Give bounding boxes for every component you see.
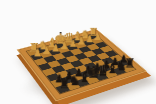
- board-grid: ♜♞♝♚♛♝♞♜♟♟♟♟♟♟♟♟♟♟♟♟♟♟♟♟♜♞♝♚♛♝♞♜: [27, 34, 135, 94]
- scene: ♜♞♝♚♛♝♞♜♟♟♟♟♟♟♟♟♟♟♟♟♟♟♟♟♜♞♝♚♛♝♞♜: [0, 0, 156, 104]
- chess-set-photo: ♜♞♝♚♛♝♞♜♟♟♟♟♟♟♟♟♟♟♟♟♟♟♟♟♜♞♝♚♛♝♞♜: [0, 0, 156, 104]
- square: [110, 55, 124, 62]
- chess-board: ♜♞♝♚♛♝♞♜♟♟♟♟♟♟♟♟♟♟♟♟♟♟♟♟♜♞♝♚♛♝♞♜: [17, 29, 147, 101]
- square: ♜: [121, 64, 135, 72]
- board-frame: ♜♞♝♚♛♝♞♜♟♟♟♟♟♟♟♟♟♟♟♟♟♟♟♟♜♞♝♚♛♝♞♜: [17, 29, 147, 101]
- piece-white-rook: ♜: [86, 27, 101, 38]
